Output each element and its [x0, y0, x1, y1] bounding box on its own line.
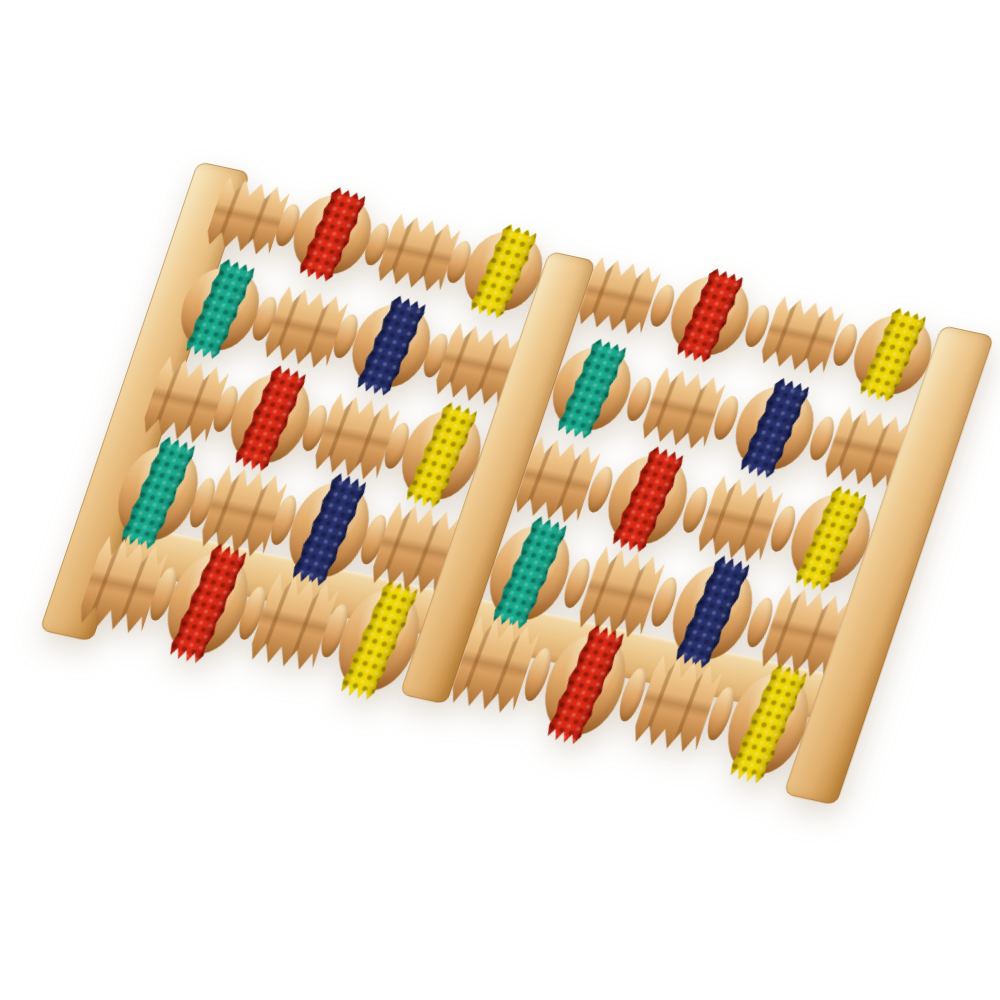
row-1-left-half [215, 210, 540, 280]
red-spike-band [608, 442, 688, 557]
red-spike-band [230, 361, 310, 476]
row-3-right-half [524, 473, 866, 547]
blue-spike-band [735, 374, 813, 483]
wood-gear-roller[interactable] [755, 288, 847, 384]
blue-spike-band [352, 292, 430, 401]
row-1-right-half [587, 289, 929, 363]
foot-roller-board [60, 183, 988, 781]
wood-gear-roller[interactable] [308, 384, 404, 491]
red-spike-band [673, 265, 748, 367]
red-roller[interactable] [284, 189, 382, 280]
red-spike-band [295, 184, 370, 286]
red-roller[interactable] [220, 368, 321, 469]
red-roller[interactable] [597, 449, 698, 550]
wood-gear-roller[interactable] [258, 277, 352, 378]
roller-rows [205, 183, 987, 351]
row-2-right-half [556, 381, 898, 455]
red-roller[interactable] [661, 271, 759, 362]
row-3-left-half [153, 393, 478, 463]
wood-gear-roller[interactable] [636, 358, 730, 459]
blue-roller[interactable] [725, 380, 824, 476]
wood-gear-roller[interactable] [691, 466, 787, 573]
wood-gear-roller[interactable] [372, 205, 464, 301]
row-2-left-half [184, 301, 509, 371]
blue-roller[interactable] [341, 298, 440, 394]
